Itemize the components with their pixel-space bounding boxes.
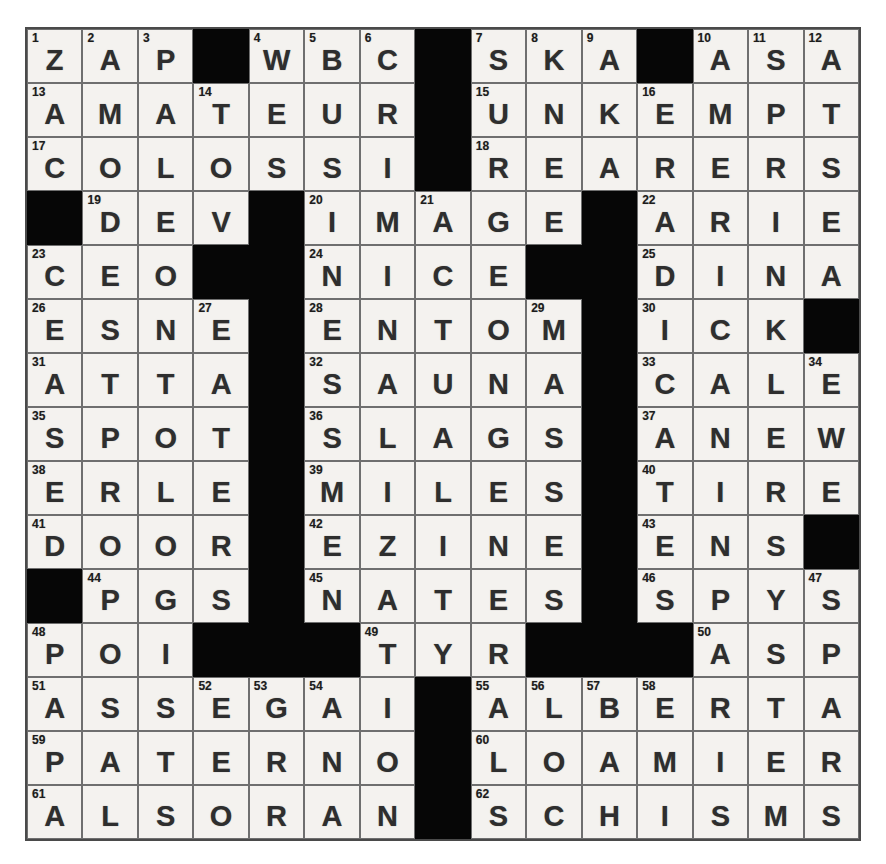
cell-letter: G [487,208,510,244]
cell-letter: I [772,208,780,244]
letter-cell[interactable]: R [693,677,748,731]
letter-cell[interactable]: 24N [304,245,359,299]
letter-cell[interactable]: I [415,515,470,569]
letter-cell[interactable]: R [471,623,526,677]
letter-cell[interactable]: E [693,137,748,191]
letter-cell[interactable]: 32S [304,353,359,407]
letter-cell[interactable]: I [693,731,748,785]
cell-letter: S [322,370,341,406]
cell-letter: O [99,154,122,190]
letter-cell[interactable]: P [82,407,137,461]
block-cell [249,515,304,569]
cell-letter: T [822,100,840,136]
letter-cell[interactable]: L [138,137,193,191]
letter-cell[interactable]: 43E [637,515,692,569]
cell-letter: A [44,100,65,136]
letter-cell[interactable]: A [193,353,248,407]
cell-letter: P [45,640,64,676]
cell-letter: M [542,316,566,352]
cell-letter: O [487,316,510,352]
letter-cell[interactable]: S [804,137,859,191]
letter-cell[interactable]: S [304,137,359,191]
letter-cell[interactable]: E [804,461,859,515]
letter-cell[interactable]: 53G [249,677,304,731]
letter-cell[interactable]: M [748,785,803,839]
letter-cell[interactable]: 23C [27,245,82,299]
cell-letter: Y [766,586,785,622]
cell-letter: A [100,748,121,784]
letter-cell[interactable]: I [360,137,415,191]
letter-cell[interactable]: E [249,83,304,137]
letter-cell[interactable]: 20I [304,191,359,245]
clue-number: 45 [309,572,322,584]
letter-cell[interactable]: 48P [27,623,82,677]
letter-cell[interactable]: 50A [693,623,748,677]
cell-letter: A [433,208,454,244]
letter-cell[interactable]: A [82,731,137,785]
clue-number: 25 [642,248,655,260]
letter-cell[interactable]: O [360,731,415,785]
letter-cell[interactable]: Z [360,515,415,569]
letter-cell[interactable]: 6C [360,29,415,83]
letter-cell[interactable]: S [249,137,304,191]
letter-cell[interactable]: A [693,353,748,407]
cell-letter: S [711,802,730,838]
cell-letter: U [488,100,509,136]
cell-letter: M [653,748,677,784]
letter-cell[interactable]: 51A [27,677,82,731]
clue-number: 41 [32,518,45,530]
letter-cell[interactable]: P [693,569,748,623]
letter-cell[interactable]: R [360,83,415,137]
letter-cell[interactable]: E [526,515,581,569]
cell-letter: O [210,154,233,190]
letter-cell[interactable]: S [693,785,748,839]
clue-number: 35 [32,410,45,422]
cell-letter: S [544,586,563,622]
letter-cell[interactable]: 55A [471,677,526,731]
letter-cell[interactable]: V [193,191,248,245]
block-cell [304,623,359,677]
letter-cell[interactable]: O [526,731,581,785]
block-cell [415,785,470,839]
letter-cell[interactable]: C [693,299,748,353]
cell-letter: A [654,424,675,460]
letter-cell[interactable]: T [82,353,137,407]
letter-cell[interactable]: 5B [304,29,359,83]
letter-cell[interactable]: I [138,623,193,677]
letter-cell[interactable]: L [415,461,470,515]
cell-letter: T [157,370,175,406]
letter-cell[interactable]: I [637,785,692,839]
letter-cell[interactable]: E [193,731,248,785]
letter-cell[interactable]: N [138,299,193,353]
block-cell [415,29,470,83]
clue-number: 19 [87,194,100,206]
cell-letter: S [156,802,175,838]
letter-cell[interactable]: M [82,83,137,137]
letter-cell[interactable]: 47S [804,569,859,623]
letter-cell[interactable]: N [471,515,526,569]
letter-cell[interactable]: P [748,83,803,137]
letter-cell[interactable]: A [304,785,359,839]
letter-cell[interactable]: 41D [27,515,82,569]
letter-cell[interactable]: O [82,623,137,677]
letter-cell[interactable]: O [138,515,193,569]
letter-cell[interactable]: N [471,353,526,407]
block-cell [582,569,637,623]
cell-letter: K [765,316,786,352]
block-cell [27,569,82,623]
letter-cell[interactable]: R [748,461,803,515]
cell-letter: I [162,640,170,676]
letter-cell[interactable]: O [138,407,193,461]
letter-cell[interactable]: M [637,731,692,785]
letter-cell[interactable]: C [526,785,581,839]
letter-cell[interactable]: 3P [138,29,193,83]
cell-letter: S [322,154,341,190]
letter-cell[interactable]: A [526,353,581,407]
clue-number: 28 [309,302,322,314]
cell-letter: E [211,478,230,514]
letter-cell[interactable]: R [693,191,748,245]
letter-cell[interactable]: 12A [804,29,859,83]
letter-cell[interactable]: 10A [693,29,748,83]
letter-cell[interactable]: 11S [748,29,803,83]
letter-cell[interactable]: E [526,137,581,191]
letter-cell[interactable]: T [415,299,470,353]
clue-number: 42 [309,518,322,530]
letter-cell[interactable]: A [360,353,415,407]
letter-cell[interactable]: E [471,245,526,299]
cell-letter: S [822,802,841,838]
letter-cell[interactable]: S [526,569,581,623]
letter-cell[interactable]: 35S [27,407,82,461]
cell-letter: A [599,748,620,784]
block-cell [249,461,304,515]
cell-letter: S [544,424,563,460]
letter-cell[interactable]: 45N [304,569,359,623]
letter-cell[interactable]: R [193,515,248,569]
letter-cell[interactable]: 28E [304,299,359,353]
letter-cell[interactable]: A [582,137,637,191]
cell-letter: I [716,478,724,514]
letter-cell[interactable]: 13A [27,83,82,137]
block-cell [582,245,637,299]
letter-cell[interactable]: O [193,137,248,191]
letter-cell[interactable]: I [360,461,415,515]
letter-cell[interactable]: N [693,515,748,569]
clue-number: 57 [587,680,600,692]
letter-cell[interactable]: 36S [304,407,359,461]
letter-cell[interactable]: O [138,245,193,299]
letter-cell[interactable]: S [138,785,193,839]
letter-cell[interactable]: 9A [582,29,637,83]
letter-cell[interactable]: E [748,407,803,461]
clue-number: 6 [365,32,372,44]
letter-cell[interactable]: G [471,191,526,245]
letter-cell[interactable]: S [82,299,137,353]
letter-cell[interactable]: Y [748,569,803,623]
cell-letter: E [45,478,64,514]
letter-cell[interactable]: N [748,245,803,299]
cell-letter: D [654,262,675,298]
clue-number: 62 [476,788,489,800]
letter-cell[interactable]: 25D [637,245,692,299]
clue-number: 4 [254,32,261,44]
letter-cell[interactable]: 1Z [27,29,82,83]
letter-cell[interactable]: 18R [471,137,526,191]
cell-letter: I [661,802,669,838]
letter-cell[interactable]: 27E [193,299,248,353]
letter-cell[interactable]: T [193,407,248,461]
letter-cell[interactable]: 54A [304,677,359,731]
letter-cell[interactable]: H [582,785,637,839]
letter-cell[interactable]: T [804,83,859,137]
cell-letter: A [433,424,454,460]
letter-cell[interactable]: A [804,677,859,731]
cell-letter: M [375,208,399,244]
letter-cell[interactable]: L [138,461,193,515]
letter-cell[interactable]: 58E [637,677,692,731]
letter-cell[interactable]: 19D [82,191,137,245]
letter-cell[interactable]: A [138,83,193,137]
letter-cell[interactable]: I [693,461,748,515]
letter-cell[interactable]: W [804,407,859,461]
letter-cell[interactable]: 59P [27,731,82,785]
letter-cell[interactable]: S [193,569,248,623]
letter-cell[interactable]: 42E [304,515,359,569]
letter-cell[interactable]: R [804,731,859,785]
cell-letter: Z [379,532,397,568]
clue-number: 7 [476,32,483,44]
letter-cell[interactable]: E [193,461,248,515]
letter-cell[interactable]: O [193,785,248,839]
letter-cell[interactable]: 21A [415,191,470,245]
letter-cell[interactable]: N [360,785,415,839]
letter-cell[interactable]: T [138,731,193,785]
cell-letter: P [45,748,64,784]
letter-cell[interactable]: I [693,245,748,299]
clue-number: 10 [698,32,711,44]
cell-letter: C [543,802,564,838]
letter-cell[interactable]: R [249,731,304,785]
letter-cell[interactable]: 49T [360,623,415,677]
letter-cell[interactable]: I [748,191,803,245]
letter-cell[interactable]: 56L [526,677,581,731]
letter-cell[interactable]: P [804,623,859,677]
letter-cell[interactable]: 16E [637,83,692,137]
cell-letter: A [211,370,232,406]
letter-cell[interactable]: 14T [193,83,248,137]
letter-cell[interactable]: 38E [27,461,82,515]
letter-cell[interactable]: U [304,83,359,137]
cell-letter: E [489,262,508,298]
block-cell [582,515,637,569]
clue-number: 38 [32,464,45,476]
letter-cell[interactable]: E [82,245,137,299]
letter-cell[interactable]: U [415,353,470,407]
clue-number: 2 [87,32,94,44]
letter-cell[interactable]: N [526,83,581,137]
letter-cell[interactable]: G [471,407,526,461]
clue-number: 30 [642,302,655,314]
letter-cell[interactable]: A [582,731,637,785]
letter-cell[interactable]: E [471,461,526,515]
letter-cell[interactable]: 61A [27,785,82,839]
cell-letter: A [599,46,620,82]
clue-number: 16 [642,86,655,98]
letter-cell[interactable]: E [471,569,526,623]
letter-cell[interactable]: A [804,245,859,299]
letter-cell[interactable]: E [138,191,193,245]
letter-cell[interactable]: C [415,245,470,299]
cell-letter: U [433,370,454,406]
clue-number: 24 [309,248,322,260]
letter-cell[interactable]: L [82,785,137,839]
letter-cell[interactable]: I [360,677,415,731]
letter-cell[interactable]: A [415,407,470,461]
letter-cell[interactable]: S [526,461,581,515]
letter-cell[interactable]: 52E [193,677,248,731]
letter-cell[interactable]: G [138,569,193,623]
letter-cell[interactable]: 30I [637,299,692,353]
clue-number: 49 [365,626,378,638]
letter-cell[interactable]: E [804,191,859,245]
cell-letter: P [101,586,120,622]
clue-number: 55 [476,680,489,692]
letter-cell[interactable]: O [82,515,137,569]
cell-letter: N [543,100,564,136]
cell-letter: R [654,154,675,190]
block-cell [582,461,637,515]
letter-cell[interactable]: 34E [804,353,859,407]
letter-cell[interactable]: S [748,623,803,677]
clue-number: 58 [642,680,655,692]
cell-letter: S [766,46,785,82]
clue-number: 14 [198,86,211,98]
cell-letter: N [377,802,398,838]
letter-cell[interactable]: 26E [27,299,82,353]
letter-cell[interactable]: S [804,785,859,839]
letter-cell[interactable]: L [360,407,415,461]
letter-cell[interactable]: 57B [582,677,637,731]
letter-cell[interactable]: 37A [637,407,692,461]
cell-letter: M [708,100,732,136]
letter-cell[interactable]: 22A [637,191,692,245]
block-cell [249,299,304,353]
cell-letter: O [154,262,177,298]
letter-cell[interactable]: 60L [471,731,526,785]
cell-letter: E [322,316,341,352]
letter-cell[interactable]: R [637,137,692,191]
letter-cell[interactable]: M [360,191,415,245]
cell-letter: D [100,208,121,244]
cell-letter: N [322,748,343,784]
letter-cell[interactable]: 44P [82,569,137,623]
letter-cell[interactable]: 7S [471,29,526,83]
cell-letter: P [101,424,120,460]
cell-letter: L [101,802,119,838]
cell-letter: E [766,424,785,460]
cell-letter: E [211,316,230,352]
letter-cell[interactable]: E [748,731,803,785]
letter-cell[interactable]: S [526,407,581,461]
cell-letter: E [711,154,730,190]
letter-cell[interactable]: L [748,353,803,407]
clue-number: 5 [309,32,316,44]
clue-number: 52 [198,680,211,692]
letter-cell[interactable]: K [582,83,637,137]
letter-cell[interactable]: R [249,785,304,839]
crossword-grid: 1Z2A3P4W5B6C7S8K9A10A11S12A13AMA14TEUR15… [25,27,861,841]
clue-number: 51 [32,680,45,692]
letter-cell[interactable]: A [360,569,415,623]
letter-cell[interactable]: S [748,515,803,569]
letter-cell[interactable]: 4W [249,29,304,83]
cell-letter: E [822,208,841,244]
letter-cell[interactable]: 31A [27,353,82,407]
letter-cell[interactable]: S [138,677,193,731]
letter-cell[interactable]: 40T [637,461,692,515]
letter-cell[interactable]: M [693,83,748,137]
letter-cell[interactable]: T [415,569,470,623]
cell-letter: D [44,532,65,568]
clue-number: 53 [254,680,267,692]
letter-cell[interactable]: 17C [27,137,82,191]
letter-cell[interactable]: Y [415,623,470,677]
letter-cell[interactable]: 15U [471,83,526,137]
letter-cell[interactable]: 2A [82,29,137,83]
cell-letter: I [384,262,392,298]
clue-number: 12 [809,32,822,44]
clue-number: 8 [531,32,538,44]
letter-cell[interactable]: O [82,137,137,191]
cell-letter: R [710,208,731,244]
letter-cell[interactable]: K [748,299,803,353]
cell-letter: T [212,424,230,460]
letter-cell[interactable]: N [693,407,748,461]
letter-cell[interactable]: 8K [526,29,581,83]
clue-number: 34 [809,356,822,368]
letter-cell[interactable]: O [471,299,526,353]
letter-cell[interactable]: R [82,461,137,515]
letter-cell[interactable]: 33C [637,353,692,407]
clue-number: 39 [309,464,322,476]
cell-letter: E [822,478,841,514]
clue-number: 3 [143,32,150,44]
letter-cell[interactable]: N [304,731,359,785]
letter-cell[interactable]: 29M [526,299,581,353]
letter-cell[interactable]: E [526,191,581,245]
cell-letter: K [543,46,564,82]
letter-cell[interactable]: I [360,245,415,299]
letter-cell[interactable]: S [82,677,137,731]
cell-letter: H [599,802,620,838]
cell-letter: T [379,640,397,676]
letter-cell[interactable]: R [748,137,803,191]
letter-cell[interactable]: 62S [471,785,526,839]
letter-cell[interactable]: T [138,353,193,407]
letter-cell[interactable]: T [748,677,803,731]
cell-letter: I [716,262,724,298]
letter-cell[interactable]: 46S [637,569,692,623]
cell-letter: R [765,478,786,514]
cell-letter: O [210,802,233,838]
letter-cell[interactable]: 39M [304,461,359,515]
cell-letter: R [821,748,842,784]
letter-cell[interactable]: N [360,299,415,353]
